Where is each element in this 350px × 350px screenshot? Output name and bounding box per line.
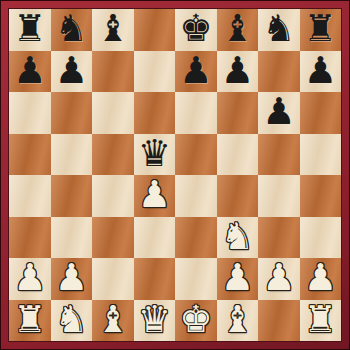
square-h8[interactable]: ♜	[300, 9, 342, 51]
black-knight[interactable]: ♞	[55, 10, 88, 47]
square-c1[interactable]: ♝	[92, 300, 134, 342]
square-d1[interactable]: ♛	[134, 300, 176, 342]
white-bishop[interactable]: ♝	[96, 301, 129, 338]
square-a1[interactable]: ♜	[9, 300, 51, 342]
square-c5[interactable]	[92, 134, 134, 176]
black-queen[interactable]: ♛	[138, 135, 171, 172]
square-b8[interactable]: ♞	[51, 9, 93, 51]
white-pawn[interactable]: ♟	[138, 176, 171, 213]
square-h4[interactable]	[300, 175, 342, 217]
square-e8[interactable]: ♚	[175, 9, 217, 51]
square-a6[interactable]	[9, 92, 51, 134]
white-pawn[interactable]: ♟	[304, 259, 337, 296]
square-f6[interactable]	[217, 92, 259, 134]
square-e6[interactable]	[175, 92, 217, 134]
square-c8[interactable]: ♝	[92, 9, 134, 51]
square-g8[interactable]: ♞	[258, 9, 300, 51]
white-knight[interactable]: ♞	[221, 218, 254, 255]
square-b3[interactable]	[51, 217, 93, 259]
square-h7[interactable]: ♟	[300, 51, 342, 93]
square-d2[interactable]	[134, 258, 176, 300]
square-g3[interactable]	[258, 217, 300, 259]
square-e7[interactable]: ♟	[175, 51, 217, 93]
black-bishop[interactable]: ♝	[96, 10, 129, 47]
white-bishop[interactable]: ♝	[221, 301, 254, 338]
square-a8[interactable]: ♜	[9, 9, 51, 51]
chess-board: ♜♞♝♚♝♞♜♟♟♟♟♟♟♛♟♞♟♟♟♟♟♜♞♝♛♚♝♜	[9, 9, 341, 341]
square-d5[interactable]: ♛	[134, 134, 176, 176]
white-pawn[interactable]: ♟	[221, 259, 254, 296]
square-e1[interactable]: ♚	[175, 300, 217, 342]
black-pawn[interactable]: ♟	[221, 52, 254, 89]
white-rook[interactable]: ♜	[13, 301, 46, 338]
square-d3[interactable]	[134, 217, 176, 259]
square-h5[interactable]	[300, 134, 342, 176]
square-f3[interactable]: ♞	[217, 217, 259, 259]
board-frame: ♜♞♝♚♝♞♜♟♟♟♟♟♟♛♟♞♟♟♟♟♟♜♞♝♛♚♝♜	[0, 0, 350, 350]
square-b7[interactable]: ♟	[51, 51, 93, 93]
square-b6[interactable]	[51, 92, 93, 134]
square-a3[interactable]	[9, 217, 51, 259]
square-a4[interactable]	[9, 175, 51, 217]
square-a5[interactable]	[9, 134, 51, 176]
square-h6[interactable]	[300, 92, 342, 134]
square-g4[interactable]	[258, 175, 300, 217]
black-rook[interactable]: ♜	[13, 10, 46, 47]
square-f4[interactable]	[217, 175, 259, 217]
square-f8[interactable]: ♝	[217, 9, 259, 51]
square-d4[interactable]: ♟	[134, 175, 176, 217]
black-king[interactable]: ♚	[179, 10, 212, 47]
black-pawn[interactable]: ♟	[55, 52, 88, 89]
square-f1[interactable]: ♝	[217, 300, 259, 342]
square-g6[interactable]: ♟	[258, 92, 300, 134]
square-g7[interactable]	[258, 51, 300, 93]
black-pawn[interactable]: ♟	[179, 52, 212, 89]
white-pawn[interactable]: ♟	[262, 259, 295, 296]
black-pawn[interactable]: ♟	[13, 52, 46, 89]
white-pawn[interactable]: ♟	[55, 259, 88, 296]
black-bishop[interactable]: ♝	[221, 10, 254, 47]
square-f7[interactable]: ♟	[217, 51, 259, 93]
square-d7[interactable]	[134, 51, 176, 93]
square-c6[interactable]	[92, 92, 134, 134]
square-c4[interactable]	[92, 175, 134, 217]
square-c7[interactable]	[92, 51, 134, 93]
square-c3[interactable]	[92, 217, 134, 259]
square-f2[interactable]: ♟	[217, 258, 259, 300]
black-pawn[interactable]: ♟	[304, 52, 337, 89]
square-g1[interactable]	[258, 300, 300, 342]
square-d8[interactable]	[134, 9, 176, 51]
square-f5[interactable]	[217, 134, 259, 176]
black-rook[interactable]: ♜	[304, 10, 337, 47]
square-e4[interactable]	[175, 175, 217, 217]
black-knight[interactable]: ♞	[262, 10, 295, 47]
square-e3[interactable]	[175, 217, 217, 259]
square-h2[interactable]: ♟	[300, 258, 342, 300]
square-c2[interactable]	[92, 258, 134, 300]
square-b5[interactable]	[51, 134, 93, 176]
white-rook[interactable]: ♜	[304, 301, 337, 338]
square-h1[interactable]: ♜	[300, 300, 342, 342]
white-knight[interactable]: ♞	[55, 301, 88, 338]
white-pawn[interactable]: ♟	[13, 259, 46, 296]
white-king[interactable]: ♚	[179, 301, 212, 338]
square-b4[interactable]	[51, 175, 93, 217]
square-e5[interactable]	[175, 134, 217, 176]
square-d6[interactable]	[134, 92, 176, 134]
square-a2[interactable]: ♟	[9, 258, 51, 300]
square-b2[interactable]: ♟	[51, 258, 93, 300]
square-b1[interactable]: ♞	[51, 300, 93, 342]
black-pawn[interactable]: ♟	[262, 93, 295, 130]
square-e2[interactable]	[175, 258, 217, 300]
square-h3[interactable]	[300, 217, 342, 259]
white-queen[interactable]: ♛	[138, 301, 171, 338]
square-a7[interactable]: ♟	[9, 51, 51, 93]
square-g5[interactable]	[258, 134, 300, 176]
square-g2[interactable]: ♟	[258, 258, 300, 300]
